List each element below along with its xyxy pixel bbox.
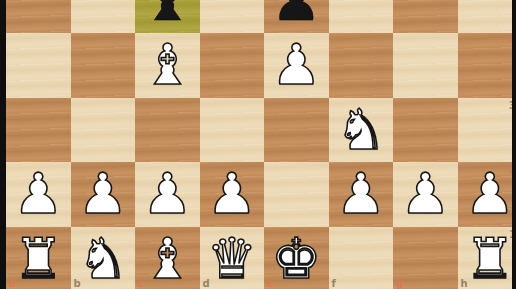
- square-e4[interactable]: ♟: [264, 33, 329, 98]
- square-f4[interactable]: [329, 33, 394, 98]
- square-d4[interactable]: [200, 33, 265, 98]
- square-f1[interactable]: [329, 227, 394, 289]
- white-pawn[interactable]: ♟: [135, 162, 200, 227]
- white-bishop[interactable]: ♝: [135, 227, 200, 289]
- white-rook[interactable]: ♜: [458, 227, 516, 289]
- white-rook[interactable]: ♜: [6, 227, 71, 289]
- square-b5[interactable]: [71, 0, 136, 33]
- square-g5[interactable]: [393, 0, 458, 33]
- square-g2[interactable]: ♟: [393, 162, 458, 227]
- chess-board: ♝♟♝♟♞♟♟♟♟♟♟♟♜♞♝♛♚♜abcdefgh4321: [6, 0, 516, 289]
- white-pawn[interactable]: ♟: [264, 33, 329, 98]
- white-pawn[interactable]: ♟: [393, 162, 458, 227]
- square-d5[interactable]: [200, 0, 265, 33]
- chess-board-viewport: ♝♟♝♟♞♟♟♟♟♟♟♟♜♞♝♛♚♜abcdefgh4321: [0, 0, 516, 289]
- square-f3[interactable]: ♞: [329, 98, 394, 163]
- square-a2[interactable]: ♟: [6, 162, 71, 227]
- white-bishop[interactable]: ♝: [135, 33, 200, 98]
- square-c1[interactable]: ♝: [135, 227, 200, 289]
- square-c4[interactable]: ♝: [135, 33, 200, 98]
- square-f2[interactable]: ♟: [329, 162, 394, 227]
- square-g1[interactable]: [393, 227, 458, 289]
- black-pawn[interactable]: ♟: [264, 0, 329, 33]
- square-e2[interactable]: [264, 162, 329, 227]
- square-h4[interactable]: [458, 33, 516, 98]
- square-a1[interactable]: ♜: [6, 227, 71, 289]
- square-g4[interactable]: [393, 33, 458, 98]
- white-queen[interactable]: ♛: [200, 227, 265, 289]
- square-d2[interactable]: ♟: [200, 162, 265, 227]
- square-a5[interactable]: [6, 0, 71, 33]
- white-pawn[interactable]: ♟: [458, 162, 516, 227]
- square-a3[interactable]: [6, 98, 71, 163]
- square-c3[interactable]: [135, 98, 200, 163]
- white-pawn[interactable]: ♟: [200, 162, 265, 227]
- square-h2[interactable]: ♟: [458, 162, 516, 227]
- square-h3[interactable]: [458, 98, 516, 163]
- square-f5[interactable]: [329, 0, 394, 33]
- square-e3[interactable]: [264, 98, 329, 163]
- square-e1[interactable]: ♚: [264, 227, 329, 289]
- white-pawn[interactable]: ♟: [6, 162, 71, 227]
- square-c5[interactable]: ♝: [135, 0, 200, 33]
- square-d3[interactable]: [200, 98, 265, 163]
- square-b4[interactable]: [71, 33, 136, 98]
- white-king[interactable]: ♚: [264, 227, 329, 289]
- white-pawn[interactable]: ♟: [329, 162, 394, 227]
- white-pawn[interactable]: ♟: [71, 162, 136, 227]
- black-bishop[interactable]: ♝: [135, 0, 200, 33]
- white-knight[interactable]: ♞: [329, 98, 394, 163]
- square-h1[interactable]: ♜: [458, 227, 516, 289]
- letterbox-right-bar: [512, 0, 516, 289]
- square-c2[interactable]: ♟: [135, 162, 200, 227]
- square-d1[interactable]: ♛: [200, 227, 265, 289]
- letterbox-left-bar: [0, 0, 6, 289]
- square-g3[interactable]: [393, 98, 458, 163]
- square-b1[interactable]: ♞: [71, 227, 136, 289]
- square-b3[interactable]: [71, 98, 136, 163]
- square-b2[interactable]: ♟: [71, 162, 136, 227]
- square-a4[interactable]: [6, 33, 71, 98]
- white-knight[interactable]: ♞: [71, 227, 136, 289]
- square-h5[interactable]: [458, 0, 516, 33]
- square-e5[interactable]: ♟: [264, 0, 329, 33]
